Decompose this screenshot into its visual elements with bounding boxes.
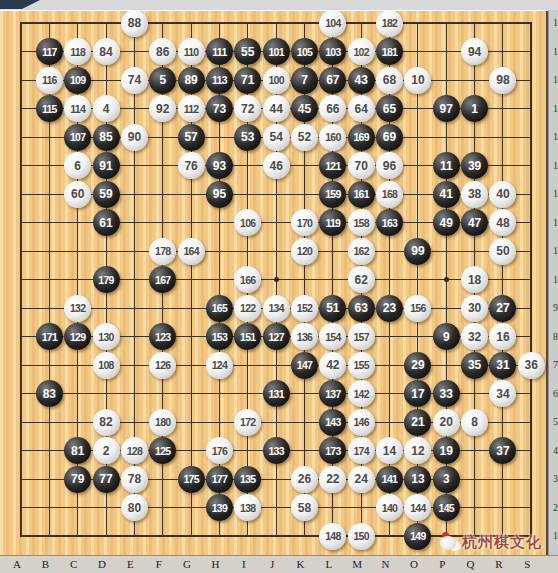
white-stone-move-132: 132 (64, 295, 91, 322)
white-stone-move-62: 62 (348, 266, 375, 293)
white-stone-move-60: 60 (64, 181, 91, 208)
white-stone-move-100: 100 (263, 67, 290, 94)
black-stone-move-161: 161 (348, 181, 375, 208)
row-label-clipped: 6 (553, 388, 558, 399)
black-stone-move-81: 81 (64, 437, 91, 464)
white-stone-move-74: 74 (121, 67, 148, 94)
black-stone-move-167: 167 (149, 266, 176, 293)
row-label-clipped: 8 (553, 331, 558, 342)
white-stone-move-152: 152 (291, 295, 318, 322)
black-stone-move-169: 169 (348, 124, 375, 151)
white-stone-move-26: 26 (291, 466, 318, 493)
black-stone-move-47: 47 (461, 209, 488, 236)
black-stone-move-13: 13 (404, 466, 431, 493)
black-stone-move-125: 125 (149, 437, 176, 464)
white-stone-move-148: 148 (319, 523, 346, 550)
column-label: I (234, 558, 254, 570)
row-label-clipped: 11 (553, 245, 558, 256)
white-stone-move-172: 172 (234, 409, 261, 436)
white-stone-move-32: 32 (461, 323, 488, 350)
row-label-clipped: 16 (553, 103, 558, 114)
white-stone-move-86: 86 (149, 38, 176, 65)
white-stone-move-102: 102 (348, 38, 375, 65)
row-label-clipped: 5 (553, 416, 558, 427)
black-stone-move-165: 165 (206, 295, 233, 322)
black-stone-move-23: 23 (376, 295, 403, 322)
white-stone-move-80: 80 (121, 494, 148, 521)
black-stone-move-97: 97 (433, 95, 460, 122)
column-label: Q (461, 558, 481, 570)
black-stone-move-135: 135 (234, 466, 261, 493)
black-stone-move-9: 9 (433, 323, 460, 350)
column-label: H (205, 558, 225, 570)
column-label: J (262, 558, 282, 570)
black-stone-move-51: 51 (319, 295, 346, 322)
row-label-clipped: 3 (553, 473, 558, 484)
row-label-clipped: 4 (553, 445, 558, 456)
white-stone-move-22: 22 (319, 466, 346, 493)
white-stone-move-2: 2 (93, 437, 120, 464)
white-stone-move-8: 8 (461, 409, 488, 436)
white-stone-move-128: 128 (121, 437, 148, 464)
column-label: K (291, 558, 311, 570)
white-stone-move-98: 98 (489, 67, 516, 94)
white-stone-move-66: 66 (319, 95, 346, 122)
row-label-clipped: 18 (553, 46, 558, 57)
white-stone-move-116: 116 (36, 67, 63, 94)
white-stone-move-122: 122 (234, 295, 261, 322)
black-stone-move-175: 175 (178, 466, 205, 493)
white-stone-move-136: 136 (291, 323, 318, 350)
black-stone-move-39: 39 (461, 152, 488, 179)
white-stone-move-20: 20 (433, 409, 460, 436)
black-stone-move-1: 1 (461, 95, 488, 122)
white-stone-move-138: 138 (234, 494, 261, 521)
white-stone-move-50: 50 (489, 238, 516, 265)
black-stone-move-49: 49 (433, 209, 460, 236)
black-stone-move-45: 45 (291, 95, 318, 122)
white-stone-move-24: 24 (348, 466, 375, 493)
white-stone-move-157: 157 (348, 323, 375, 350)
black-stone-move-35: 35 (461, 352, 488, 379)
black-stone-move-127: 127 (263, 323, 290, 350)
black-stone-move-79: 79 (64, 466, 91, 493)
white-stone-move-108: 108 (93, 352, 120, 379)
white-stone-move-82: 82 (93, 409, 120, 436)
black-stone-move-163: 163 (376, 209, 403, 236)
black-stone-move-109: 109 (64, 67, 91, 94)
go-diagram-screenshot: ABCDEFGHIJKLMNOPQRS191817161514131211109… (0, 0, 558, 573)
white-stone-move-106: 106 (234, 209, 261, 236)
white-stone-move-114: 114 (64, 95, 91, 122)
black-stone-move-177: 177 (206, 466, 233, 493)
black-stone-move-27: 27 (489, 295, 516, 322)
black-stone-move-11: 11 (433, 152, 460, 179)
white-stone-move-112: 112 (178, 95, 205, 122)
white-stone-move-68: 68 (376, 67, 403, 94)
black-stone-move-91: 91 (93, 152, 120, 179)
black-stone-move-73: 73 (206, 95, 233, 122)
white-stone-move-12: 12 (404, 437, 431, 464)
watermark: 杭州棋文化 (440, 532, 542, 552)
white-stone-move-150: 150 (348, 523, 375, 550)
white-stone-move-6: 6 (64, 152, 91, 179)
white-stone-move-178: 178 (149, 238, 176, 265)
white-stone-move-174: 174 (348, 437, 375, 464)
black-stone-move-115: 115 (36, 95, 63, 122)
white-stone-move-134: 134 (263, 295, 290, 322)
black-stone-move-93: 93 (206, 152, 233, 179)
white-stone-move-90: 90 (121, 124, 148, 151)
row-label-clipped: 19 (553, 17, 558, 28)
go-board: ABCDEFGHIJKLMNOPQRS191817161514131211109… (0, 0, 558, 573)
white-stone-move-34: 34 (489, 380, 516, 407)
white-stone-move-88: 88 (121, 10, 148, 37)
white-stone-move-140: 140 (376, 494, 403, 521)
row-label-clipped: 2 (553, 502, 558, 513)
black-stone-move-69: 69 (376, 124, 403, 151)
black-stone-move-7: 7 (291, 67, 318, 94)
white-stone-move-164: 164 (178, 238, 205, 265)
row-label-clipped: 10 (553, 274, 558, 285)
white-stone-move-154: 154 (319, 323, 346, 350)
black-stone-move-103: 103 (319, 38, 346, 65)
black-stone-move-89: 89 (178, 67, 205, 94)
white-stone-move-92: 92 (149, 95, 176, 122)
white-stone-move-144: 144 (404, 494, 431, 521)
black-stone-move-31: 31 (489, 352, 516, 379)
black-stone-move-145: 145 (433, 494, 460, 521)
black-stone-move-17: 17 (404, 380, 431, 407)
black-stone-move-139: 139 (206, 494, 233, 521)
white-stone-move-72: 72 (234, 95, 261, 122)
column-label: O (404, 558, 424, 570)
black-stone-move-37: 37 (489, 437, 516, 464)
black-stone-move-141: 141 (376, 466, 403, 493)
black-stone-move-123: 123 (149, 323, 176, 350)
white-stone-move-120: 120 (291, 238, 318, 265)
black-stone-move-41: 41 (433, 181, 460, 208)
column-label: E (120, 558, 140, 570)
black-stone-move-149: 149 (404, 523, 431, 550)
white-stone-move-126: 126 (149, 352, 176, 379)
white-stone-move-110: 110 (178, 38, 205, 65)
white-stone-move-70: 70 (348, 152, 375, 179)
star-point (444, 277, 449, 282)
black-stone-move-153: 153 (206, 323, 233, 350)
white-stone-move-14: 14 (376, 437, 403, 464)
white-stone-move-46: 46 (263, 152, 290, 179)
white-stone-move-58: 58 (291, 494, 318, 521)
black-stone-move-179: 179 (93, 266, 120, 293)
white-stone-move-156: 156 (404, 295, 431, 322)
white-stone-move-130: 130 (93, 323, 120, 350)
black-stone-move-113: 113 (206, 67, 233, 94)
black-stone-move-33: 33 (433, 380, 460, 407)
white-stone-move-4: 4 (93, 95, 120, 122)
black-stone-move-107: 107 (64, 124, 91, 151)
white-stone-move-52: 52 (291, 124, 318, 151)
black-stone-move-61: 61 (93, 209, 120, 236)
black-stone-move-181: 181 (376, 38, 403, 65)
black-stone-move-83: 83 (36, 380, 63, 407)
column-label: M (347, 558, 367, 570)
black-stone-move-29: 29 (404, 352, 431, 379)
black-stone-move-63: 63 (348, 295, 375, 322)
row-label-clipped: 15 (553, 131, 558, 142)
column-label: B (35, 558, 55, 570)
white-stone-move-78: 78 (121, 466, 148, 493)
column-label: G (177, 558, 197, 570)
black-stone-move-173: 173 (319, 437, 346, 464)
black-stone-move-133: 133 (263, 437, 290, 464)
white-stone-move-36: 36 (518, 352, 545, 379)
black-stone-move-147: 147 (291, 352, 318, 379)
white-stone-move-182: 182 (376, 10, 403, 37)
white-stone-move-38: 38 (461, 181, 488, 208)
column-label: R (489, 558, 509, 570)
white-stone-move-124: 124 (206, 352, 233, 379)
row-label-clipped: 7 (553, 359, 558, 370)
white-stone-move-170: 170 (291, 209, 318, 236)
white-stone-move-155: 155 (348, 352, 375, 379)
column-label: N (376, 558, 396, 570)
black-stone-move-57: 57 (178, 124, 205, 151)
column-label: F (149, 558, 169, 570)
column-label: P (432, 558, 452, 570)
black-stone-move-77: 77 (93, 466, 120, 493)
star-point (274, 277, 279, 282)
white-stone-move-118: 118 (64, 38, 91, 65)
white-stone-move-146: 146 (348, 409, 375, 436)
black-stone-move-105: 105 (291, 38, 318, 65)
white-stone-move-16: 16 (489, 323, 516, 350)
black-stone-move-143: 143 (319, 409, 346, 436)
column-label: C (64, 558, 84, 570)
black-stone-move-99: 99 (404, 238, 431, 265)
black-stone-move-131: 131 (263, 380, 290, 407)
black-stone-move-171: 171 (36, 323, 63, 350)
black-stone-move-67: 67 (319, 67, 346, 94)
black-stone-move-159: 159 (319, 181, 346, 208)
white-stone-move-44: 44 (263, 95, 290, 122)
white-stone-move-168: 168 (376, 181, 403, 208)
watermark-text: 杭州棋文化 (462, 533, 542, 552)
white-stone-move-176: 176 (206, 437, 233, 464)
black-stone-move-121: 121 (319, 152, 346, 179)
row-label-clipped: 14 (553, 160, 558, 171)
black-stone-move-65: 65 (376, 95, 403, 122)
column-label: L (319, 558, 339, 570)
column-label: D (92, 558, 112, 570)
white-stone-move-40: 40 (489, 181, 516, 208)
white-stone-move-180: 180 (149, 409, 176, 436)
black-stone-move-55: 55 (234, 38, 261, 65)
white-stone-move-142: 142 (348, 380, 375, 407)
white-stone-move-76: 76 (178, 152, 205, 179)
black-stone-move-85: 85 (93, 124, 120, 151)
black-stone-move-119: 119 (319, 209, 346, 236)
row-label-clipped: 12 (553, 217, 558, 228)
black-stone-move-53: 53 (234, 124, 261, 151)
column-label: A (7, 558, 27, 570)
white-stone-move-48: 48 (489, 209, 516, 236)
white-stone-move-42: 42 (319, 352, 346, 379)
black-stone-move-117: 117 (36, 38, 63, 65)
black-stone-move-101: 101 (263, 38, 290, 65)
white-stone-move-96: 96 (376, 152, 403, 179)
white-stone-move-64: 64 (348, 95, 375, 122)
black-stone-move-71: 71 (234, 67, 261, 94)
white-stone-move-10: 10 (404, 67, 431, 94)
black-stone-move-111: 111 (206, 38, 233, 65)
row-label-clipped: 1 (553, 530, 558, 541)
watermark-logo-icon (440, 532, 462, 552)
white-stone-move-94: 94 (461, 38, 488, 65)
grid-line-vertical (530, 22, 532, 537)
row-label-clipped: 17 (553, 74, 558, 85)
black-stone-move-59: 59 (93, 181, 120, 208)
white-stone-move-162: 162 (348, 238, 375, 265)
white-stone-move-18: 18 (461, 266, 488, 293)
black-stone-move-151: 151 (234, 323, 261, 350)
white-stone-move-166: 166 (234, 266, 261, 293)
row-label-clipped: 9 (553, 302, 558, 313)
black-stone-move-21: 21 (404, 409, 431, 436)
white-stone-move-54: 54 (263, 124, 290, 151)
black-stone-move-137: 137 (319, 380, 346, 407)
black-stone-move-129: 129 (64, 323, 91, 350)
black-stone-move-19: 19 (433, 437, 460, 464)
white-stone-move-160: 160 (319, 124, 346, 151)
white-stone-move-30: 30 (461, 295, 488, 322)
column-label: S (517, 558, 537, 570)
black-stone-move-3: 3 (433, 466, 460, 493)
white-stone-move-158: 158 (348, 209, 375, 236)
row-label-clipped: 13 (553, 188, 558, 199)
white-stone-move-104: 104 (319, 10, 346, 37)
black-stone-move-43: 43 (348, 67, 375, 94)
black-stone-move-5: 5 (149, 67, 176, 94)
white-stone-move-84: 84 (93, 38, 120, 65)
black-stone-move-95: 95 (206, 181, 233, 208)
